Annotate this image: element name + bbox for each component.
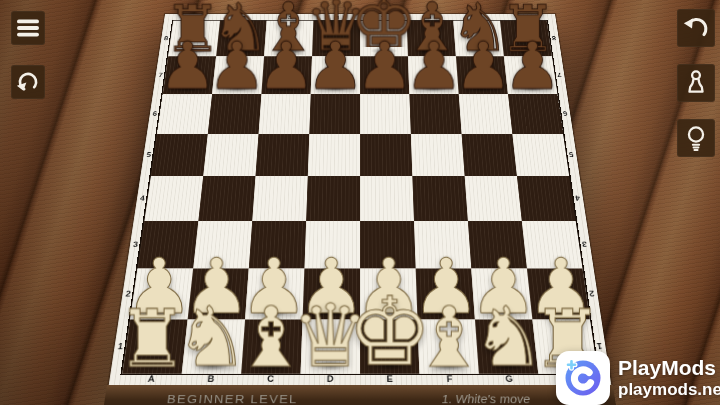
square-f7[interactable]: ♟ [408,56,459,94]
rank-label-right-5: 5 [566,150,576,158]
playmods-site-url: playmods.net [618,380,720,399]
white-bishop[interactable]: ♝ [234,303,308,371]
board-front-edge: BEGINNER LEVEL 1. White's move [98,385,623,405]
file-label-bottom-c: C [240,373,300,384]
square-c4[interactable] [252,176,308,221]
square-c5[interactable] [255,134,309,176]
square-d6[interactable] [309,94,360,134]
square-g5[interactable] [462,134,517,176]
square-d4[interactable] [306,176,360,221]
board-scene: ♜♞♝♛♚♝♞♜♟♟♟♟♟♟♟♟♟♟♟♟♟♟♟♟♜♞♝♛♚♝♞♜ 8877665… [0,0,720,405]
rank-label-right-4: 4 [572,194,582,203]
player-icon [681,68,711,98]
square-a5[interactable] [151,134,208,176]
black-pawn[interactable]: ♟ [503,39,562,93]
square-f6[interactable] [409,94,461,134]
hint-button[interactable] [677,119,715,157]
square-f5[interactable] [411,134,465,176]
hint-bulb-icon [681,123,711,153]
square-e1[interactable]: ♚ [360,319,419,373]
square-h7[interactable]: ♟ [504,56,557,94]
square-e4[interactable] [360,176,414,221]
white-rook[interactable]: ♜ [117,306,188,371]
square-d7[interactable]: ♟ [311,56,360,94]
square-a6[interactable] [157,94,212,134]
menu-button[interactable] [11,11,45,45]
playmods-watermark[interactable]: PlayMods playmods.net [556,351,720,405]
chess-board: ♜♞♝♛♚♝♞♜♟♟♟♟♟♟♟♟♟♟♟♟♟♟♟♟♜♞♝♛♚♝♞♜ 8877665… [99,14,620,405]
square-h6[interactable] [508,94,563,134]
player-button[interactable] [677,64,715,102]
playmods-logo-icon[interactable] [556,351,610,405]
undo-button[interactable] [677,9,715,47]
square-a4[interactable] [144,176,203,221]
file-label-bottom-e: E [360,373,420,384]
rank-label-left-6: 6 [150,110,160,118]
move-status: 1. White's move [441,392,531,405]
square-c7[interactable]: ♟ [261,56,312,94]
square-c1[interactable]: ♝ [241,319,302,373]
file-label-bottom-d: D [300,373,360,384]
board-grid: ♜♞♝♛♚♝♞♜♟♟♟♟♟♟♟♟♟♟♟♟♟♟♟♟♜♞♝♛♚♝♞♜ [122,21,597,374]
game-screen: ♜♞♝♛♚♝♞♜♟♟♟♟♟♟♟♟♟♟♟♟♟♟♟♟♜♞♝♛♚♝♞♜ 8877665… [0,0,720,405]
square-h4[interactable] [517,176,576,221]
rank-label-left-4: 4 [137,194,147,203]
square-e6[interactable] [360,94,411,134]
level-label: BEGINNER LEVEL [166,392,298,405]
file-label-bottom-f: F [419,373,479,384]
square-g4[interactable] [465,176,522,221]
square-b5[interactable] [203,134,258,176]
restart-button[interactable] [11,65,45,99]
square-a1[interactable]: ♜ [122,319,187,373]
square-f1[interactable]: ♝ [417,319,478,373]
square-g7[interactable]: ♟ [456,56,508,94]
playmods-text: PlayMods playmods.net [618,357,720,399]
menu-icon [15,15,41,41]
restart-icon [14,68,42,96]
file-label-bottom-b: B [181,373,242,384]
square-h5[interactable] [512,134,569,176]
rank-label-right-6: 6 [560,110,570,118]
square-c6[interactable] [258,94,310,134]
square-g6[interactable] [459,94,513,134]
square-e5[interactable] [360,134,412,176]
file-label-bottom-g: G [479,373,540,384]
file-label-bottom-a: A [121,373,182,384]
square-f4[interactable] [412,176,468,221]
square-b4[interactable] [198,176,255,221]
square-e7[interactable]: ♟ [360,56,409,94]
playmods-app-name: PlayMods [618,357,720,378]
white-bishop[interactable]: ♝ [412,303,486,371]
square-b6[interactable] [208,94,262,134]
square-d5[interactable] [308,134,360,176]
undo-icon [681,13,711,43]
rank-label-left-5: 5 [144,150,154,158]
board-frame: ♜♞♝♛♚♝♞♜♟♟♟♟♟♟♟♟♟♟♟♟♟♟♟♟♜♞♝♛♚♝♞♜ 8877665… [109,14,612,385]
